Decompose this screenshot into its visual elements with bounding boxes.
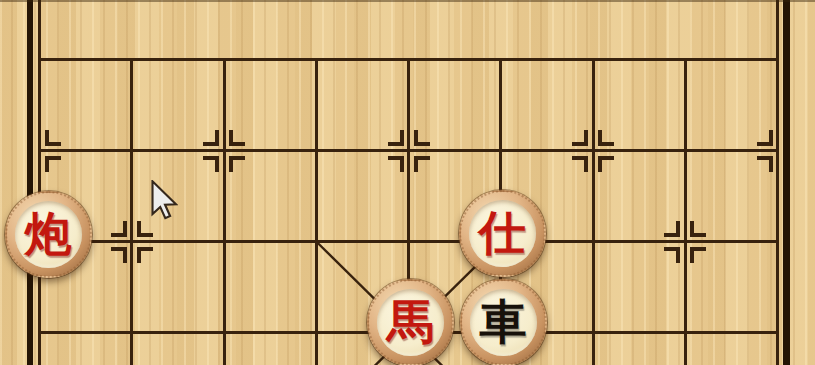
point-marker [111, 247, 127, 263]
point-marker [664, 221, 680, 237]
point-marker [664, 247, 680, 263]
point-marker [111, 221, 127, 237]
board-border-right [783, 0, 790, 365]
piece-face: 馬 [377, 289, 444, 356]
point-marker [137, 221, 153, 237]
piece-glyph-red-advisor: 仕 [479, 209, 526, 256]
grid-line-file [130, 58, 133, 365]
piece-glyph-black-chariot: 車 [480, 298, 527, 345]
grid-line-file [592, 58, 595, 365]
grid-line-rank [38, 149, 779, 152]
piece-face: 仕 [469, 200, 536, 267]
top-crop-line [0, 0, 815, 2]
mouse-cursor [151, 180, 178, 220]
piece-glyph-red-horse: 馬 [387, 298, 434, 345]
piece-glyph-red-cannon: 炮 [25, 210, 72, 257]
grid-line-file [776, 0, 779, 365]
piece-face: 車 [470, 289, 537, 356]
point-marker [137, 247, 153, 263]
point-marker [414, 130, 430, 146]
point-marker [414, 156, 430, 172]
point-marker [388, 130, 404, 146]
point-marker [572, 130, 588, 146]
point-marker [45, 156, 61, 172]
point-marker [572, 156, 588, 172]
piece-red-cannon[interactable]: 炮 [5, 191, 92, 278]
xiangqi-board: 炮仕馬車 [0, 0, 815, 365]
piece-red-horse[interactable]: 馬 [367, 279, 454, 365]
point-marker [757, 156, 773, 172]
piece-face: 炮 [15, 201, 82, 268]
point-marker [598, 156, 614, 172]
point-marker [757, 130, 773, 146]
piece-red-advisor[interactable]: 仕 [459, 190, 546, 277]
piece-black-chariot[interactable]: 車 [460, 279, 547, 365]
grid-line-file [223, 58, 226, 365]
grid-line-file [38, 0, 41, 365]
grid-line-rank [38, 240, 779, 243]
point-marker [45, 130, 61, 146]
grid-line-file [315, 58, 318, 365]
point-marker [388, 156, 404, 172]
grid-line-file [684, 58, 687, 365]
point-marker [203, 130, 219, 146]
point-marker [690, 221, 706, 237]
point-marker [690, 247, 706, 263]
point-marker [229, 156, 245, 172]
point-marker [598, 130, 614, 146]
grid-line-rank [38, 58, 779, 61]
point-marker [203, 156, 219, 172]
board-border-left [27, 0, 33, 365]
point-marker [229, 130, 245, 146]
cursor-arrow [153, 181, 176, 218]
